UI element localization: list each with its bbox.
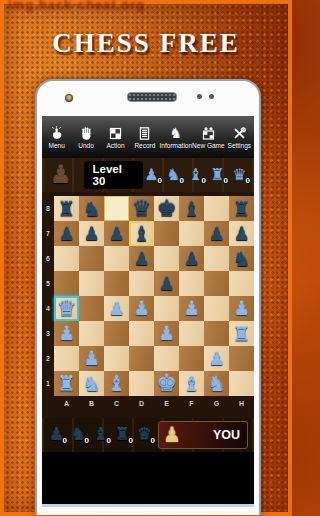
captured-piece-icon: ♞ <box>166 166 180 183</box>
player-pawn-avatar: ♟ <box>163 425 181 445</box>
chess-piece-bP-g7[interactable]: ♟ <box>204 221 229 246</box>
square-h1[interactable] <box>229 371 254 396</box>
captured-B: ♝0 <box>187 166 204 184</box>
square-c1[interactable]: ♝ <box>104 371 129 396</box>
captured-count: 0 <box>107 436 111 445</box>
chess-piece-wP-g2[interactable]: ♟ <box>204 346 229 371</box>
captured-piece-icon: ♛ <box>137 426 151 443</box>
record-button[interactable]: Record <box>130 116 159 158</box>
chess-piece-wN-b1[interactable]: ♞ <box>79 371 104 396</box>
chess-piece-bP-a7[interactable]: ♟ <box>54 221 79 246</box>
square-e3[interactable]: ♟ <box>154 321 179 346</box>
undo-label: Undo <box>78 142 94 149</box>
square-e4[interactable] <box>154 296 179 321</box>
square-g3[interactable] <box>204 321 229 346</box>
board-frame: 87654321 ♜♞♛♚♝♜♟♟♟♝♟♟♟♟♞♟♛♟♟♟♟♟♟♜♟♟♜♞♝♚♝… <box>42 192 254 418</box>
menu-button[interactable]: Menu <box>42 116 71 158</box>
square-e6[interactable] <box>154 246 179 271</box>
watermark: img.hack-cheat.org <box>8 0 145 12</box>
square-f5[interactable] <box>179 271 204 296</box>
square-e7[interactable] <box>154 221 179 246</box>
file-label-D: D <box>129 397 154 410</box>
square-a8[interactable]: ♜ <box>54 196 79 221</box>
square-c3[interactable] <box>104 321 129 346</box>
new-board-icon <box>201 126 216 141</box>
opponent-captured-tray: ♟0♞0♝0♜0♛0 <box>143 166 248 184</box>
square-f6[interactable]: ♟ <box>179 246 204 271</box>
toolbar: Menu Undo Action Record ♞ <box>42 116 254 159</box>
captured-B: ♝0 <box>92 426 109 444</box>
square-b4[interactable] <box>79 296 104 321</box>
rank-label-6: 6 <box>42 246 54 271</box>
square-c5[interactable] <box>104 271 129 296</box>
chess-piece-bB-f8[interactable]: ♝ <box>179 196 204 221</box>
square-b5[interactable] <box>79 271 104 296</box>
square-g8[interactable] <box>204 196 229 221</box>
square-f2[interactable] <box>179 346 204 371</box>
sensor-dot <box>209 94 214 99</box>
chess-piece-wP-a3[interactable]: ♟ <box>54 321 79 346</box>
chess-piece-wB-c1[interactable]: ♝ <box>104 371 129 396</box>
document-icon <box>137 126 152 141</box>
chess-piece-wR-h3[interactable]: ♜ <box>229 321 254 346</box>
chess-piece-wB-f1[interactable]: ♝ <box>179 371 204 396</box>
chess-piece-bP-c7[interactable]: ♟ <box>104 221 129 246</box>
square-h2[interactable] <box>229 346 254 371</box>
opponent-level-label: Level 30 <box>84 161 143 189</box>
square-g6[interactable] <box>204 246 229 271</box>
opponent-pawn-avatar: ♟ <box>50 163 72 187</box>
chess-piece-bQ-d8[interactable]: ♛ <box>129 196 154 221</box>
settings-label: Settings <box>228 142 252 149</box>
captured-count: 0 <box>85 436 89 445</box>
chess-piece-bN-b8[interactable]: ♞ <box>79 196 104 221</box>
square-h4[interactable]: ♟ <box>229 296 254 321</box>
square-b1[interactable]: ♞ <box>79 371 104 396</box>
square-e1[interactable]: ♚ <box>154 371 179 396</box>
menu-label: Menu <box>49 142 65 149</box>
square-d3[interactable] <box>129 321 154 346</box>
new-game-button[interactable]: New Game <box>192 116 225 158</box>
file-labels: ABCDEFGH <box>54 397 254 410</box>
square-g5[interactable] <box>204 271 229 296</box>
captured-Q: ♛0 <box>136 426 153 444</box>
square-g7[interactable]: ♟ <box>204 221 229 246</box>
square-h5[interactable] <box>229 271 254 296</box>
player-plate: ♟ YOU <box>158 421 248 449</box>
captured-Q: ♛0 <box>231 166 248 184</box>
square-d8[interactable]: ♛ <box>129 196 154 221</box>
captured-count: 0 <box>151 436 155 445</box>
square-h7[interactable]: ♟ <box>229 221 254 246</box>
captured-count: 0 <box>246 176 250 185</box>
chess-piece-wN-g1[interactable]: ♞ <box>204 371 229 396</box>
square-a6[interactable] <box>54 246 79 271</box>
captured-piece-icon: ♞ <box>71 426 85 443</box>
square-g2[interactable]: ♟ <box>204 346 229 371</box>
square-a5[interactable] <box>54 271 79 296</box>
square-d4[interactable]: ♟ <box>129 296 154 321</box>
square-d5[interactable] <box>129 271 154 296</box>
captured-P: ♟0 <box>143 166 160 184</box>
captured-R: ♜0 <box>209 166 226 184</box>
square-d6[interactable]: ♟ <box>129 246 154 271</box>
rank-label-5: 5 <box>42 271 54 296</box>
chess-piece-wP-d4[interactable]: ♟ <box>129 296 154 321</box>
square-a1[interactable]: ♜ <box>54 371 79 396</box>
information-button[interactable]: ♞ Information <box>160 116 193 158</box>
square-h8[interactable]: ♜ <box>229 196 254 221</box>
square-b3[interactable] <box>79 321 104 346</box>
chess-piece-wP-h4[interactable]: ♟ <box>229 296 254 321</box>
captured-R: ♜0 <box>114 426 131 444</box>
rank-label-3: 3 <box>42 321 54 346</box>
square-f8[interactable]: ♝ <box>179 196 204 221</box>
square-g4[interactable] <box>204 296 229 321</box>
square-a4[interactable]: ♛ <box>54 296 79 321</box>
empty-screen-area <box>42 452 254 504</box>
square-g1[interactable]: ♞ <box>204 371 229 396</box>
square-a2[interactable] <box>54 346 79 371</box>
file-label-A: A <box>54 397 79 410</box>
captured-piece-icon: ♝ <box>93 426 107 443</box>
record-label: Record <box>134 142 155 149</box>
chess-piece-wP-e3[interactable]: ♟ <box>154 321 179 346</box>
board-grid-icon <box>108 126 123 141</box>
captured-N: ♞0 <box>165 166 182 184</box>
file-label-F: F <box>179 397 204 410</box>
sensor-dot <box>197 94 202 99</box>
captured-count: 0 <box>158 176 162 185</box>
chess-piece-bP-h7[interactable]: ♟ <box>229 221 254 246</box>
information-label: Information <box>160 142 193 149</box>
rank-label-1: 1 <box>42 371 54 396</box>
captured-count: 0 <box>224 176 228 185</box>
square-c2[interactable] <box>104 346 129 371</box>
square-b6[interactable] <box>79 246 104 271</box>
player-bar: ♟0♞0♝0♜0♛0 ♟ YOU <box>42 418 254 452</box>
chess-piece-bP-f6[interactable]: ♟ <box>179 246 204 271</box>
captured-piece-icon: ♛ <box>232 166 246 183</box>
chess-piece-wK-e1[interactable]: ♚ <box>154 371 179 396</box>
speaker-grille <box>127 92 177 102</box>
square-e8[interactable]: ♚ <box>154 196 179 221</box>
knight-icon: ♞ <box>170 126 183 141</box>
rank-label-7: 7 <box>42 221 54 246</box>
captured-N: ♞0 <box>70 426 87 444</box>
chess-piece-bP-e5[interactable]: ♟ <box>154 271 179 296</box>
captured-count: 0 <box>202 176 206 185</box>
action-button[interactable]: Action <box>101 116 130 158</box>
page-title: CHESS FREE <box>0 28 292 59</box>
square-c7[interactable]: ♟ <box>104 221 129 246</box>
square-a7[interactable]: ♟ <box>54 221 79 246</box>
captured-count: 0 <box>129 436 133 445</box>
file-label-H: H <box>229 397 254 410</box>
square-f3[interactable] <box>179 321 204 346</box>
rank-label-8: 8 <box>42 196 54 221</box>
chess-piece-bN-h6[interactable]: ♞ <box>229 246 254 271</box>
square-b7[interactable]: ♟ <box>79 221 104 246</box>
file-label-G: G <box>204 397 229 410</box>
chess-piece-bP-d6[interactable]: ♟ <box>129 246 154 271</box>
chess-piece-bK-e8[interactable]: ♚ <box>154 196 179 221</box>
open-hand-icon <box>79 126 94 141</box>
tap-hand-icon <box>49 126 64 141</box>
captured-piece-icon: ♟ <box>49 426 63 443</box>
tools-icon <box>232 126 247 141</box>
square-h6[interactable]: ♞ <box>229 246 254 271</box>
square-b8[interactable]: ♞ <box>79 196 104 221</box>
chess-board: ♜♞♛♚♝♜♟♟♟♝♟♟♟♟♞♟♛♟♟♟♟♟♟♜♟♟♜♞♝♚♝♞ <box>54 196 254 396</box>
square-c8[interactable] <box>104 196 129 221</box>
phone-frame: Menu Undo Action Record ♞ <box>35 79 261 515</box>
new-game-label: New Game <box>192 142 225 149</box>
undo-button[interactable]: Undo <box>71 116 100 158</box>
rank-label-4: 4 <box>42 296 54 321</box>
captured-piece-icon: ♟ <box>144 166 158 183</box>
square-h3[interactable]: ♜ <box>229 321 254 346</box>
captured-piece-icon: ♜ <box>210 166 224 183</box>
square-e2[interactable] <box>154 346 179 371</box>
square-d7[interactable]: ♝ <box>129 221 154 246</box>
square-a3[interactable]: ♟ <box>54 321 79 346</box>
square-b2[interactable]: ♟ <box>79 346 104 371</box>
player-captured-tray: ♟0♞0♝0♜0♛0 <box>48 426 153 444</box>
captured-count: 0 <box>63 436 67 445</box>
chess-piece-wP-f4[interactable]: ♟ <box>179 296 204 321</box>
opponent-bar: ♟ Level 30 ♟0♞0♝0♜0♛0 <box>42 158 254 192</box>
chess-piece-wQ-a4[interactable]: ♛ <box>54 296 79 321</box>
square-e5[interactable]: ♟ <box>154 271 179 296</box>
chess-piece-bP-b7[interactable]: ♟ <box>79 221 104 246</box>
captured-P: ♟0 <box>48 426 65 444</box>
captured-piece-icon: ♜ <box>115 426 129 443</box>
square-c4[interactable]: ♟ <box>104 296 129 321</box>
chess-piece-wR-a1[interactable]: ♜ <box>54 371 79 396</box>
square-d2[interactable] <box>129 346 154 371</box>
camera-icon <box>65 94 73 102</box>
rank-labels: 87654321 <box>42 196 54 396</box>
chess-piece-wP-b2[interactable]: ♟ <box>79 346 104 371</box>
screen: Menu Undo Action Record ♞ <box>42 116 254 507</box>
settings-button[interactable]: Settings <box>225 116 254 158</box>
rank-label-2: 2 <box>42 346 54 371</box>
square-f1[interactable]: ♝ <box>179 371 204 396</box>
square-f7[interactable] <box>179 221 204 246</box>
chess-piece-bR-h8[interactable]: ♜ <box>229 196 254 221</box>
action-label: Action <box>106 142 124 149</box>
square-f4[interactable]: ♟ <box>179 296 204 321</box>
captured-count: 0 <box>180 176 184 185</box>
chess-piece-wP-c4[interactable]: ♟ <box>104 296 129 321</box>
player-label: YOU <box>213 428 240 442</box>
file-label-E: E <box>154 397 179 410</box>
square-d1[interactable] <box>129 371 154 396</box>
chess-piece-bR-a8[interactable]: ♜ <box>54 196 79 221</box>
chess-piece-bB-d7[interactable]: ♝ <box>129 221 154 246</box>
captured-piece-icon: ♝ <box>188 166 202 183</box>
file-label-B: B <box>79 397 104 410</box>
file-label-C: C <box>104 397 129 410</box>
square-c6[interactable] <box>104 246 129 271</box>
